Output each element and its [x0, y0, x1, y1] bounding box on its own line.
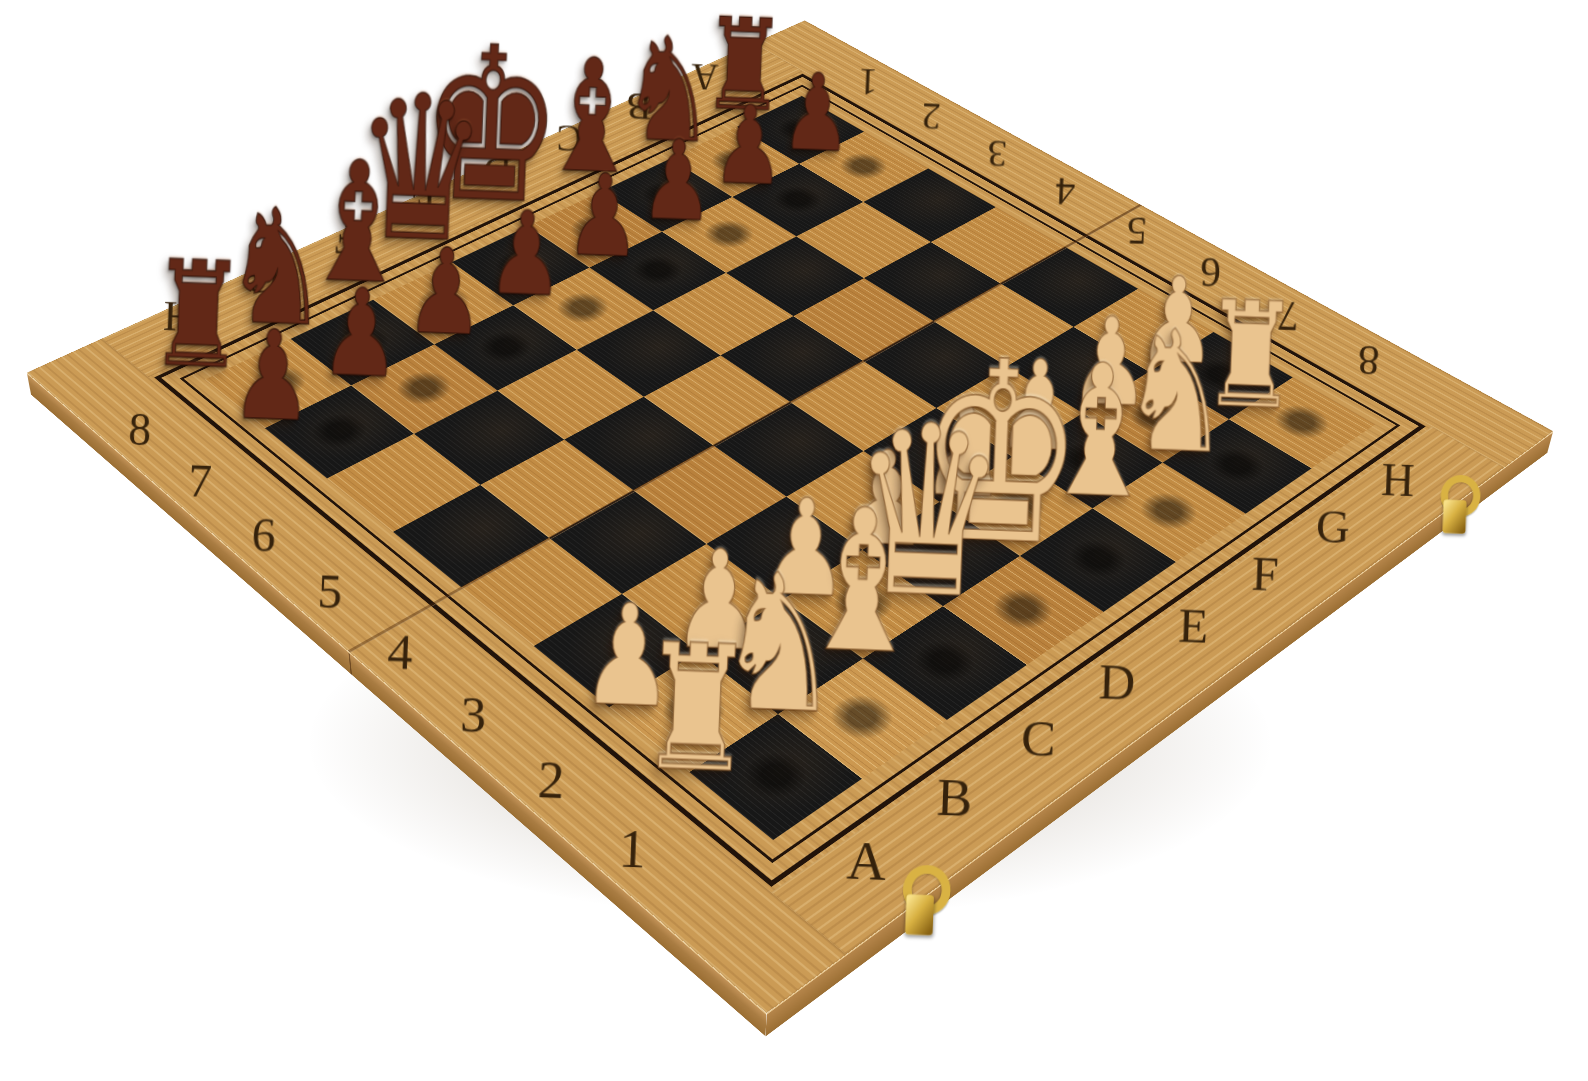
coord-rank-far-4: 4: [1055, 172, 1076, 210]
coord-rank-far-5: 5: [1126, 211, 1148, 250]
coord-rank-far-2: 2: [921, 98, 941, 135]
coord-rank-near-4: 4: [387, 628, 414, 677]
coord-file-near-F: F: [1251, 552, 1279, 598]
coord-rank-near-2: 2: [537, 755, 565, 806]
coord-rank-far-1: 1: [858, 63, 878, 99]
coord-file-near-H: H: [1381, 459, 1416, 504]
coord-file-near-B: B: [936, 772, 973, 824]
coord-rank-near-3: 3: [460, 690, 488, 740]
coord-rank-near-8: 8: [127, 409, 151, 453]
coord-file-near-G: G: [1315, 505, 1350, 551]
coord-rank-near-7: 7: [188, 459, 213, 504]
piece-black-pawn-a7[interactable]: ♟: [230, 315, 316, 436]
coord-rank-near-1: 1: [618, 824, 647, 877]
latch-plate-icon: [1442, 500, 1466, 534]
coord-rank-near-5: 5: [317, 569, 343, 616]
coord-rank-far-3: 3: [987, 134, 1008, 172]
latch-plate-icon: [905, 894, 934, 935]
coord-rank-near-6: 6: [251, 513, 277, 559]
piece-black-pawn-b7[interactable]: ♟: [319, 274, 404, 392]
coord-file-near-C: C: [1020, 713, 1056, 763]
coord-rank-far-8: 8: [1357, 339, 1380, 381]
brass-latch-front: [892, 864, 947, 941]
brass-latch-right: [1432, 474, 1478, 538]
coord-file-near-A: A: [846, 836, 887, 889]
piece-white-rook-a1[interactable]: ♜: [636, 625, 758, 794]
